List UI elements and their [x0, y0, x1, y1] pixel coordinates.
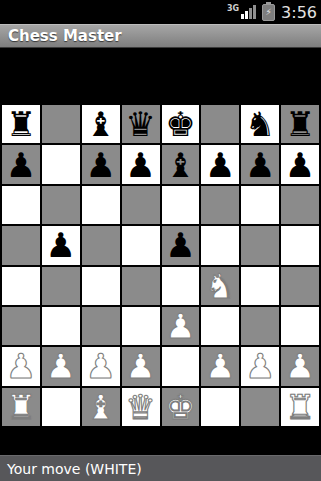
square-b8[interactable] [42, 105, 80, 143]
white-bishop: ♝ [85, 390, 115, 424]
black-king: ♚ [165, 107, 195, 141]
signal-strength-icon: 3G [227, 3, 256, 21]
white-pawn: ♟ [6, 349, 36, 383]
square-c6[interactable] [82, 186, 120, 224]
square-d5[interactable] [122, 226, 160, 264]
clock-time: 3:56 [281, 3, 317, 22]
square-a4[interactable] [2, 267, 40, 305]
lightning-bolt-icon: ⚡ [265, 8, 271, 17]
square-f4[interactable]: ♞ [201, 267, 239, 305]
square-d8[interactable]: ♛ [122, 105, 160, 143]
network-type-label: 3G [227, 5, 239, 13]
square-h8[interactable]: ♜ [281, 105, 319, 143]
square-c3[interactable] [82, 307, 120, 345]
square-e8[interactable]: ♚ [162, 105, 200, 143]
square-f5[interactable] [201, 226, 239, 264]
square-f7[interactable]: ♟ [201, 145, 239, 183]
square-b4[interactable] [42, 267, 80, 305]
square-a3[interactable] [2, 307, 40, 345]
black-pawn: ♟ [46, 228, 76, 262]
square-a2[interactable]: ♟ [2, 347, 40, 385]
square-a8[interactable]: ♜ [2, 105, 40, 143]
square-b2[interactable]: ♟ [42, 347, 80, 385]
square-h2[interactable]: ♟ [281, 347, 319, 385]
square-c8[interactable]: ♝ [82, 105, 120, 143]
square-b7[interactable] [42, 145, 80, 183]
signal-bars-icon [240, 3, 256, 19]
status-message-bar: Your move (WHITE) [0, 455, 321, 481]
turn-status-message: Your move (WHITE) [7, 461, 142, 477]
black-rook: ♜ [285, 107, 315, 141]
square-g6[interactable] [241, 186, 279, 224]
square-h1[interactable]: ♜ [281, 388, 319, 426]
status-bar: 3G ⚡ 3:56 [0, 0, 321, 24]
square-g5[interactable] [241, 226, 279, 264]
square-c1[interactable]: ♝ [82, 388, 120, 426]
white-pawn: ♟ [205, 349, 235, 383]
square-d1[interactable]: ♛ [122, 388, 160, 426]
black-pawn: ♟ [6, 148, 36, 182]
square-f3[interactable] [201, 307, 239, 345]
white-pawn: ♟ [165, 309, 195, 343]
white-rook: ♜ [6, 390, 36, 424]
black-pawn: ♟ [205, 148, 235, 182]
square-b5[interactable]: ♟ [42, 226, 80, 264]
square-a6[interactable] [2, 186, 40, 224]
black-pawn: ♟ [85, 148, 115, 182]
square-c5[interactable] [82, 226, 120, 264]
title-bar: Chess Master [0, 24, 321, 48]
square-c7[interactable]: ♟ [82, 145, 120, 183]
square-h3[interactable] [281, 307, 319, 345]
square-c2[interactable]: ♟ [82, 347, 120, 385]
square-h6[interactable] [281, 186, 319, 224]
black-bishop: ♝ [85, 107, 115, 141]
square-e1[interactable]: ♚ [162, 388, 200, 426]
square-f1[interactable] [201, 388, 239, 426]
black-bishop: ♝ [165, 148, 195, 182]
square-a1[interactable]: ♜ [2, 388, 40, 426]
square-c4[interactable] [82, 267, 120, 305]
square-d7[interactable]: ♟ [122, 145, 160, 183]
square-d2[interactable]: ♟ [122, 347, 160, 385]
square-g2[interactable]: ♟ [241, 347, 279, 385]
chess-board: ♜♝♛♚♞♜♟♟♟♝♟♟♟♟♟♞♟♟♟♟♟♟♟♟♜♝♛♚♜ [0, 103, 321, 428]
black-rook: ♜ [6, 107, 36, 141]
square-g1[interactable] [241, 388, 279, 426]
square-g8[interactable]: ♞ [241, 105, 279, 143]
battery-charging-icon: ⚡ [262, 4, 275, 21]
black-pawn: ♟ [285, 148, 315, 182]
square-b3[interactable] [42, 307, 80, 345]
square-d3[interactable] [122, 307, 160, 345]
square-g7[interactable]: ♟ [241, 145, 279, 183]
white-pawn: ♟ [285, 349, 315, 383]
white-knight: ♞ [205, 269, 235, 303]
black-knight: ♞ [245, 107, 275, 141]
square-d6[interactable] [122, 186, 160, 224]
square-g3[interactable] [241, 307, 279, 345]
square-e5[interactable]: ♟ [162, 226, 200, 264]
white-rook: ♜ [285, 390, 315, 424]
square-h7[interactable]: ♟ [281, 145, 319, 183]
square-d4[interactable] [122, 267, 160, 305]
square-e2[interactable] [162, 347, 200, 385]
square-e6[interactable] [162, 186, 200, 224]
white-pawn: ♟ [125, 349, 155, 383]
white-king: ♚ [165, 390, 195, 424]
square-a5[interactable] [2, 226, 40, 264]
black-pawn: ♟ [165, 228, 195, 262]
square-f2[interactable]: ♟ [201, 347, 239, 385]
black-queen: ♛ [125, 107, 155, 141]
white-pawn: ♟ [85, 349, 115, 383]
square-h4[interactable] [281, 267, 319, 305]
white-pawn: ♟ [245, 349, 275, 383]
black-pawn: ♟ [125, 148, 155, 182]
square-f6[interactable] [201, 186, 239, 224]
white-pawn: ♟ [46, 349, 76, 383]
square-g4[interactable] [241, 267, 279, 305]
square-h5[interactable] [281, 226, 319, 264]
square-a7[interactable]: ♟ [2, 145, 40, 183]
app-title: Chess Master [8, 27, 122, 45]
black-pawn: ♟ [245, 148, 275, 182]
square-b6[interactable] [42, 186, 80, 224]
square-e4[interactable] [162, 267, 200, 305]
square-e3[interactable]: ♟ [162, 307, 200, 345]
square-f8[interactable] [201, 105, 239, 143]
square-e7[interactable]: ♝ [162, 145, 200, 183]
square-b1[interactable] [42, 388, 80, 426]
white-queen: ♛ [125, 390, 155, 424]
phone-screen: 3G ⚡ 3:56 Chess Master ♜♝♛♚♞♜♟♟♟♝♟♟♟♟♟♞♟… [0, 0, 321, 481]
